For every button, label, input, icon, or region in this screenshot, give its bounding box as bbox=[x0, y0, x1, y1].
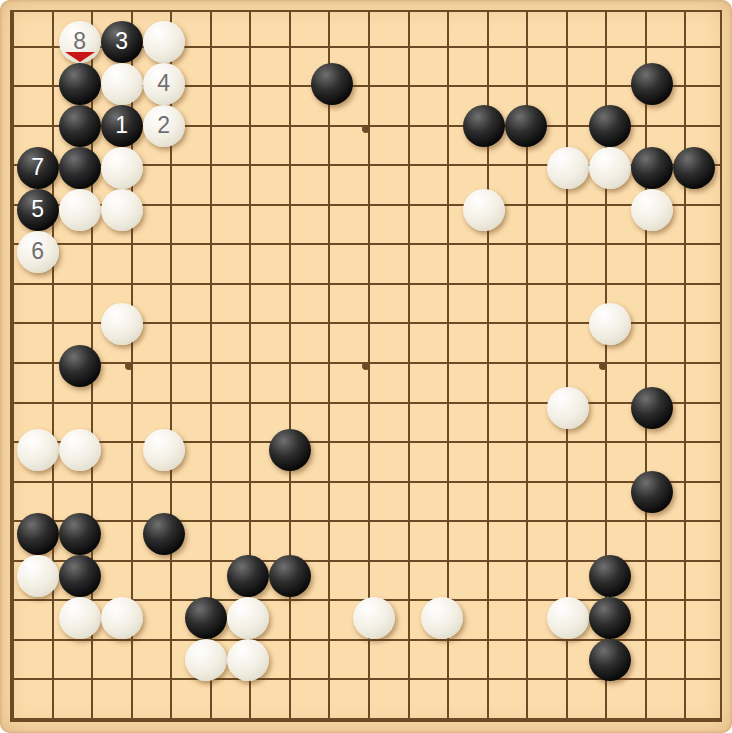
intersection-6-18[interactable] bbox=[227, 711, 269, 733]
intersection-3-16[interactable] bbox=[101, 639, 143, 681]
black-stone[interactable] bbox=[589, 597, 631, 639]
intersection-5-5[interactable] bbox=[185, 189, 227, 231]
intersection-14-10[interactable] bbox=[547, 387, 589, 429]
intersection-5-10[interactable] bbox=[185, 387, 227, 429]
intersection-7-1[interactable] bbox=[269, 21, 311, 63]
intersection-13-6[interactable] bbox=[505, 231, 547, 273]
black-stone[interactable] bbox=[631, 471, 673, 513]
intersection-5-6[interactable] bbox=[185, 231, 227, 273]
intersection-7-10[interactable] bbox=[269, 387, 311, 429]
intersection-18-2[interactable] bbox=[715, 63, 732, 105]
intersection-12-2[interactable] bbox=[463, 63, 505, 105]
intersection-6-12[interactable] bbox=[227, 471, 269, 513]
intersection-7-15[interactable] bbox=[269, 597, 311, 639]
intersection-17-7[interactable] bbox=[673, 273, 715, 303]
intersection-11-8[interactable] bbox=[421, 303, 463, 345]
intersection-2-0[interactable] bbox=[59, 0, 101, 21]
black-stone[interactable] bbox=[59, 63, 101, 105]
intersection-12-0[interactable] bbox=[463, 0, 505, 21]
intersection-0-16[interactable] bbox=[0, 639, 17, 681]
intersection-4-8[interactable] bbox=[143, 303, 185, 345]
intersection-2-7[interactable] bbox=[59, 273, 101, 303]
intersection-16-14[interactable] bbox=[631, 555, 673, 597]
intersection-10-17[interactable] bbox=[395, 681, 422, 711]
intersection-17-9[interactable] bbox=[673, 345, 715, 387]
intersection-9-13[interactable] bbox=[353, 513, 395, 555]
intersection-10-0[interactable] bbox=[395, 0, 422, 21]
intersection-6-9[interactable] bbox=[227, 345, 269, 387]
white-stone[interactable]: 6 bbox=[17, 231, 59, 273]
intersection-7-4[interactable] bbox=[269, 147, 311, 189]
intersection-10-10[interactable] bbox=[395, 387, 422, 429]
intersection-10-8[interactable] bbox=[395, 303, 422, 345]
intersection-5-17[interactable] bbox=[185, 681, 227, 711]
intersection-6-7[interactable] bbox=[227, 273, 269, 303]
intersection-18-5[interactable] bbox=[715, 189, 732, 231]
intersection-14-16[interactable] bbox=[547, 639, 589, 681]
intersection-12-10[interactable] bbox=[463, 387, 505, 429]
intersection-13-2[interactable] bbox=[505, 63, 547, 105]
intersection-10-7[interactable] bbox=[395, 273, 422, 303]
intersection-13-4[interactable] bbox=[505, 147, 547, 189]
intersection-6-5[interactable] bbox=[227, 189, 269, 231]
white-stone[interactable]: 2 bbox=[143, 105, 185, 147]
intersection-7-14[interactable] bbox=[269, 555, 311, 597]
intersection-17-13[interactable] bbox=[673, 513, 715, 555]
intersection-9-17[interactable] bbox=[353, 681, 395, 711]
intersection-4-5[interactable] bbox=[143, 189, 185, 231]
intersection-8-12[interactable] bbox=[311, 471, 353, 513]
intersection-2-13[interactable] bbox=[59, 513, 101, 555]
intersection-14-1[interactable] bbox=[547, 21, 589, 63]
intersection-16-0[interactable] bbox=[631, 0, 673, 21]
white-stone[interactable] bbox=[101, 597, 143, 639]
intersection-1-0[interactable] bbox=[17, 0, 59, 21]
white-stone[interactable] bbox=[547, 387, 589, 429]
intersection-3-2[interactable] bbox=[101, 63, 143, 105]
intersection-10-18[interactable] bbox=[395, 711, 422, 733]
intersection-3-15[interactable] bbox=[101, 597, 143, 639]
black-stone[interactable] bbox=[505, 105, 547, 147]
intersection-13-16[interactable] bbox=[505, 639, 547, 681]
intersection-3-14[interactable] bbox=[101, 555, 143, 597]
intersection-6-4[interactable] bbox=[227, 147, 269, 189]
intersection-11-3[interactable] bbox=[421, 105, 463, 147]
intersection-5-3[interactable] bbox=[185, 105, 227, 147]
intersection-3-1[interactable]: 3 bbox=[101, 21, 143, 63]
intersection-11-6[interactable] bbox=[421, 231, 463, 273]
intersection-10-9[interactable] bbox=[395, 345, 422, 387]
intersection-15-2[interactable] bbox=[589, 63, 631, 105]
intersection-8-2[interactable] bbox=[311, 63, 353, 105]
black-stone[interactable] bbox=[463, 105, 505, 147]
intersection-2-15[interactable] bbox=[59, 597, 101, 639]
intersection-11-16[interactable] bbox=[421, 639, 463, 681]
intersection-0-12[interactable] bbox=[0, 471, 17, 513]
intersection-14-2[interactable] bbox=[547, 63, 589, 105]
intersection-1-2[interactable] bbox=[17, 63, 59, 105]
white-stone[interactable]: 8 bbox=[59, 21, 101, 63]
black-stone[interactable] bbox=[631, 147, 673, 189]
intersection-6-8[interactable] bbox=[227, 303, 269, 345]
intersection-7-12[interactable] bbox=[269, 471, 311, 513]
intersection-4-6[interactable] bbox=[143, 231, 185, 273]
intersection-7-5[interactable] bbox=[269, 189, 311, 231]
intersection-0-18[interactable] bbox=[0, 711, 17, 733]
intersection-16-18[interactable] bbox=[631, 711, 673, 733]
intersection-16-15[interactable] bbox=[631, 597, 673, 639]
intersection-1-8[interactable] bbox=[17, 303, 59, 345]
intersection-18-8[interactable] bbox=[715, 303, 732, 345]
intersection-12-15[interactable] bbox=[463, 597, 505, 639]
intersection-13-8[interactable] bbox=[505, 303, 547, 345]
black-stone[interactable] bbox=[631, 387, 673, 429]
intersection-14-15[interactable] bbox=[547, 597, 589, 639]
intersection-13-9[interactable] bbox=[505, 345, 547, 387]
intersection-14-11[interactable] bbox=[547, 429, 589, 471]
intersection-11-10[interactable] bbox=[421, 387, 463, 429]
intersection-6-15[interactable] bbox=[227, 597, 269, 639]
intersection-4-0[interactable] bbox=[143, 0, 185, 21]
intersection-16-2[interactable] bbox=[631, 63, 673, 105]
intersection-17-1[interactable] bbox=[673, 21, 715, 63]
intersection-13-1[interactable] bbox=[505, 21, 547, 63]
intersection-2-12[interactable] bbox=[59, 471, 101, 513]
intersection-12-11[interactable] bbox=[463, 429, 505, 471]
intersection-17-18[interactable] bbox=[673, 711, 715, 733]
black-stone[interactable] bbox=[143, 513, 185, 555]
intersection-4-15[interactable] bbox=[143, 597, 185, 639]
intersection-14-7[interactable] bbox=[547, 273, 589, 303]
intersection-3-13[interactable] bbox=[101, 513, 143, 555]
black-stone[interactable] bbox=[59, 147, 101, 189]
intersection-14-0[interactable] bbox=[547, 0, 589, 21]
intersection-9-10[interactable] bbox=[353, 387, 395, 429]
intersection-17-5[interactable] bbox=[673, 189, 715, 231]
intersection-2-1[interactable]: 8 bbox=[59, 21, 101, 63]
intersection-4-9[interactable] bbox=[143, 345, 185, 387]
intersection-7-18[interactable] bbox=[269, 711, 311, 733]
intersection-3-9[interactable] bbox=[101, 345, 143, 387]
intersection-0-5[interactable] bbox=[0, 189, 17, 231]
intersection-17-17[interactable] bbox=[673, 681, 715, 711]
intersection-8-16[interactable] bbox=[311, 639, 353, 681]
intersection-5-11[interactable] bbox=[185, 429, 227, 471]
intersection-5-16[interactable] bbox=[185, 639, 227, 681]
intersection-15-10[interactable] bbox=[589, 387, 631, 429]
intersection-5-1[interactable] bbox=[185, 21, 227, 63]
intersection-2-17[interactable] bbox=[59, 681, 101, 711]
intersection-7-7[interactable] bbox=[269, 273, 311, 303]
intersection-3-0[interactable] bbox=[101, 0, 143, 21]
intersection-15-17[interactable] bbox=[589, 681, 631, 711]
black-stone[interactable] bbox=[59, 513, 101, 555]
intersection-10-4[interactable] bbox=[395, 147, 422, 189]
intersection-11-4[interactable] bbox=[421, 147, 463, 189]
intersection-2-10[interactable] bbox=[59, 387, 101, 429]
intersection-1-17[interactable] bbox=[17, 681, 59, 711]
intersection-15-4[interactable] bbox=[589, 147, 631, 189]
intersection-14-3[interactable] bbox=[547, 105, 589, 147]
intersection-9-16[interactable] bbox=[353, 639, 395, 681]
intersection-3-7[interactable] bbox=[101, 273, 143, 303]
intersection-0-0[interactable] bbox=[0, 0, 17, 21]
intersection-0-8[interactable] bbox=[0, 303, 17, 345]
intersection-9-4[interactable] bbox=[353, 147, 395, 189]
intersection-10-15[interactable] bbox=[395, 597, 422, 639]
black-stone[interactable] bbox=[59, 345, 101, 387]
black-stone[interactable] bbox=[269, 429, 311, 471]
intersection-18-1[interactable] bbox=[715, 21, 732, 63]
intersection-12-16[interactable] bbox=[463, 639, 505, 681]
intersection-16-7[interactable] bbox=[631, 273, 673, 303]
intersection-15-15[interactable] bbox=[589, 597, 631, 639]
intersection-6-2[interactable] bbox=[227, 63, 269, 105]
white-stone[interactable] bbox=[59, 429, 101, 471]
intersection-4-16[interactable] bbox=[143, 639, 185, 681]
intersection-8-14[interactable] bbox=[311, 555, 353, 597]
intersection-18-7[interactable] bbox=[715, 273, 732, 303]
intersection-0-1[interactable] bbox=[0, 21, 17, 63]
white-stone[interactable] bbox=[17, 555, 59, 597]
intersection-16-1[interactable] bbox=[631, 21, 673, 63]
white-stone[interactable]: 4 bbox=[143, 63, 185, 105]
intersection-17-0[interactable] bbox=[673, 0, 715, 21]
intersection-0-13[interactable] bbox=[0, 513, 17, 555]
intersection-12-14[interactable] bbox=[463, 555, 505, 597]
intersection-14-18[interactable] bbox=[547, 711, 589, 733]
black-stone[interactable] bbox=[673, 147, 715, 189]
intersection-18-11[interactable] bbox=[715, 429, 732, 471]
intersection-6-6[interactable] bbox=[227, 231, 269, 273]
intersection-15-8[interactable] bbox=[589, 303, 631, 345]
intersection-4-3[interactable]: 2 bbox=[143, 105, 185, 147]
intersection-0-3[interactable] bbox=[0, 105, 17, 147]
intersection-12-18[interactable] bbox=[463, 711, 505, 733]
intersection-18-3[interactable] bbox=[715, 105, 732, 147]
intersection-15-14[interactable] bbox=[589, 555, 631, 597]
intersection-1-5[interactable]: 5 bbox=[17, 189, 59, 231]
intersection-1-12[interactable] bbox=[17, 471, 59, 513]
intersection-0-7[interactable] bbox=[0, 273, 17, 303]
intersection-0-10[interactable] bbox=[0, 387, 17, 429]
intersection-3-3[interactable]: 1 bbox=[101, 105, 143, 147]
intersection-14-12[interactable] bbox=[547, 471, 589, 513]
intersection-13-11[interactable] bbox=[505, 429, 547, 471]
intersection-12-8[interactable] bbox=[463, 303, 505, 345]
intersection-3-17[interactable] bbox=[101, 681, 143, 711]
intersection-6-10[interactable] bbox=[227, 387, 269, 429]
white-stone[interactable] bbox=[101, 63, 143, 105]
intersection-2-3[interactable] bbox=[59, 105, 101, 147]
intersection-6-3[interactable] bbox=[227, 105, 269, 147]
intersection-18-0[interactable] bbox=[715, 0, 732, 21]
intersection-6-13[interactable] bbox=[227, 513, 269, 555]
intersection-0-14[interactable] bbox=[0, 555, 17, 597]
intersection-11-12[interactable] bbox=[421, 471, 463, 513]
intersection-4-2[interactable]: 4 bbox=[143, 63, 185, 105]
intersection-16-17[interactable] bbox=[631, 681, 673, 711]
intersection-14-6[interactable] bbox=[547, 231, 589, 273]
intersection-5-18[interactable] bbox=[185, 711, 227, 733]
intersection-3-8[interactable] bbox=[101, 303, 143, 345]
intersection-10-11[interactable] bbox=[395, 429, 422, 471]
intersection-5-2[interactable] bbox=[185, 63, 227, 105]
intersection-7-9[interactable] bbox=[269, 345, 311, 387]
intersection-8-5[interactable] bbox=[311, 189, 353, 231]
intersection-11-11[interactable] bbox=[421, 429, 463, 471]
intersection-16-5[interactable] bbox=[631, 189, 673, 231]
intersection-7-2[interactable] bbox=[269, 63, 311, 105]
intersection-1-3[interactable] bbox=[17, 105, 59, 147]
intersection-18-14[interactable] bbox=[715, 555, 732, 597]
white-stone[interactable] bbox=[101, 303, 143, 345]
intersection-1-4[interactable]: 7 bbox=[17, 147, 59, 189]
intersection-8-7[interactable] bbox=[311, 273, 353, 303]
intersection-0-2[interactable] bbox=[0, 63, 17, 105]
intersection-14-13[interactable] bbox=[547, 513, 589, 555]
intersection-13-10[interactable] bbox=[505, 387, 547, 429]
white-stone[interactable] bbox=[227, 597, 269, 639]
intersection-8-17[interactable] bbox=[311, 681, 353, 711]
intersection-9-11[interactable] bbox=[353, 429, 395, 471]
intersection-17-14[interactable] bbox=[673, 555, 715, 597]
intersection-9-6[interactable] bbox=[353, 231, 395, 273]
intersection-1-18[interactable] bbox=[17, 711, 59, 733]
intersection-6-17[interactable] bbox=[227, 681, 269, 711]
intersection-15-12[interactable] bbox=[589, 471, 631, 513]
intersection-4-4[interactable] bbox=[143, 147, 185, 189]
white-stone[interactable] bbox=[143, 429, 185, 471]
white-stone[interactable] bbox=[631, 189, 673, 231]
intersection-7-16[interactable] bbox=[269, 639, 311, 681]
white-stone[interactable] bbox=[143, 21, 185, 63]
intersection-0-11[interactable] bbox=[0, 429, 17, 471]
black-stone[interactable]: 3 bbox=[101, 21, 143, 63]
intersection-3-5[interactable] bbox=[101, 189, 143, 231]
intersection-10-13[interactable] bbox=[395, 513, 422, 555]
intersection-1-14[interactable] bbox=[17, 555, 59, 597]
intersection-9-9[interactable] bbox=[353, 345, 395, 387]
intersection-16-3[interactable] bbox=[631, 105, 673, 147]
intersection-18-10[interactable] bbox=[715, 387, 732, 429]
intersection-11-18[interactable] bbox=[421, 711, 463, 733]
white-stone[interactable] bbox=[421, 597, 463, 639]
intersection-9-0[interactable] bbox=[353, 0, 395, 21]
intersection-13-13[interactable] bbox=[505, 513, 547, 555]
intersection-5-9[interactable] bbox=[185, 345, 227, 387]
intersection-1-7[interactable] bbox=[17, 273, 59, 303]
intersection-17-11[interactable] bbox=[673, 429, 715, 471]
intersection-11-0[interactable] bbox=[421, 0, 463, 21]
intersection-16-16[interactable] bbox=[631, 639, 673, 681]
intersection-15-7[interactable] bbox=[589, 273, 631, 303]
intersection-15-13[interactable] bbox=[589, 513, 631, 555]
intersection-2-9[interactable] bbox=[59, 345, 101, 387]
white-stone[interactable] bbox=[227, 639, 269, 681]
intersection-15-3[interactable] bbox=[589, 105, 631, 147]
intersection-12-3[interactable] bbox=[463, 105, 505, 147]
intersection-12-7[interactable] bbox=[463, 273, 505, 303]
intersection-10-16[interactable] bbox=[395, 639, 422, 681]
intersection-11-9[interactable] bbox=[421, 345, 463, 387]
black-stone[interactable] bbox=[589, 555, 631, 597]
intersection-13-15[interactable] bbox=[505, 597, 547, 639]
intersection-8-15[interactable] bbox=[311, 597, 353, 639]
intersection-16-12[interactable] bbox=[631, 471, 673, 513]
white-stone[interactable] bbox=[547, 147, 589, 189]
intersection-7-17[interactable] bbox=[269, 681, 311, 711]
intersection-18-18[interactable] bbox=[715, 711, 732, 733]
intersection-16-11[interactable] bbox=[631, 429, 673, 471]
intersection-5-12[interactable] bbox=[185, 471, 227, 513]
intersection-3-12[interactable] bbox=[101, 471, 143, 513]
intersection-0-17[interactable] bbox=[0, 681, 17, 711]
intersection-9-2[interactable] bbox=[353, 63, 395, 105]
intersection-12-13[interactable] bbox=[463, 513, 505, 555]
intersection-10-12[interactable] bbox=[395, 471, 422, 513]
intersection-2-6[interactable] bbox=[59, 231, 101, 273]
intersection-4-13[interactable] bbox=[143, 513, 185, 555]
white-stone[interactable] bbox=[547, 597, 589, 639]
intersection-17-10[interactable] bbox=[673, 387, 715, 429]
intersection-2-5[interactable] bbox=[59, 189, 101, 231]
intersection-13-17[interactable] bbox=[505, 681, 547, 711]
intersection-0-15[interactable] bbox=[0, 597, 17, 639]
intersection-17-3[interactable] bbox=[673, 105, 715, 147]
intersection-1-9[interactable] bbox=[17, 345, 59, 387]
intersection-17-16[interactable] bbox=[673, 639, 715, 681]
intersection-16-10[interactable] bbox=[631, 387, 673, 429]
intersection-16-13[interactable] bbox=[631, 513, 673, 555]
intersection-6-11[interactable] bbox=[227, 429, 269, 471]
intersection-1-1[interactable] bbox=[17, 21, 59, 63]
intersection-10-2[interactable] bbox=[395, 63, 422, 105]
intersection-11-5[interactable] bbox=[421, 189, 463, 231]
intersection-1-16[interactable] bbox=[17, 639, 59, 681]
intersection-2-2[interactable] bbox=[59, 63, 101, 105]
intersection-3-18[interactable] bbox=[101, 711, 143, 733]
intersection-11-17[interactable] bbox=[421, 681, 463, 711]
black-stone[interactable] bbox=[269, 555, 311, 597]
white-stone[interactable] bbox=[353, 597, 395, 639]
intersection-15-11[interactable] bbox=[589, 429, 631, 471]
black-stone[interactable] bbox=[311, 63, 353, 105]
intersection-6-1[interactable] bbox=[227, 21, 269, 63]
intersection-3-6[interactable] bbox=[101, 231, 143, 273]
intersection-11-15[interactable] bbox=[421, 597, 463, 639]
intersection-14-4[interactable] bbox=[547, 147, 589, 189]
intersection-1-13[interactable] bbox=[17, 513, 59, 555]
intersection-2-4[interactable] bbox=[59, 147, 101, 189]
intersection-12-12[interactable] bbox=[463, 471, 505, 513]
white-stone[interactable] bbox=[589, 303, 631, 345]
intersection-13-3[interactable] bbox=[505, 105, 547, 147]
intersection-8-10[interactable] bbox=[311, 387, 353, 429]
intersection-5-14[interactable] bbox=[185, 555, 227, 597]
white-stone[interactable] bbox=[589, 147, 631, 189]
intersection-4-10[interactable] bbox=[143, 387, 185, 429]
intersection-4-17[interactable] bbox=[143, 681, 185, 711]
intersection-18-12[interactable] bbox=[715, 471, 732, 513]
intersection-11-7[interactable] bbox=[421, 273, 463, 303]
intersection-12-5[interactable] bbox=[463, 189, 505, 231]
white-stone[interactable] bbox=[101, 189, 143, 231]
intersection-14-9[interactable] bbox=[547, 345, 589, 387]
intersection-9-7[interactable] bbox=[353, 273, 395, 303]
intersection-17-12[interactable] bbox=[673, 471, 715, 513]
intersection-9-3[interactable] bbox=[353, 105, 395, 147]
